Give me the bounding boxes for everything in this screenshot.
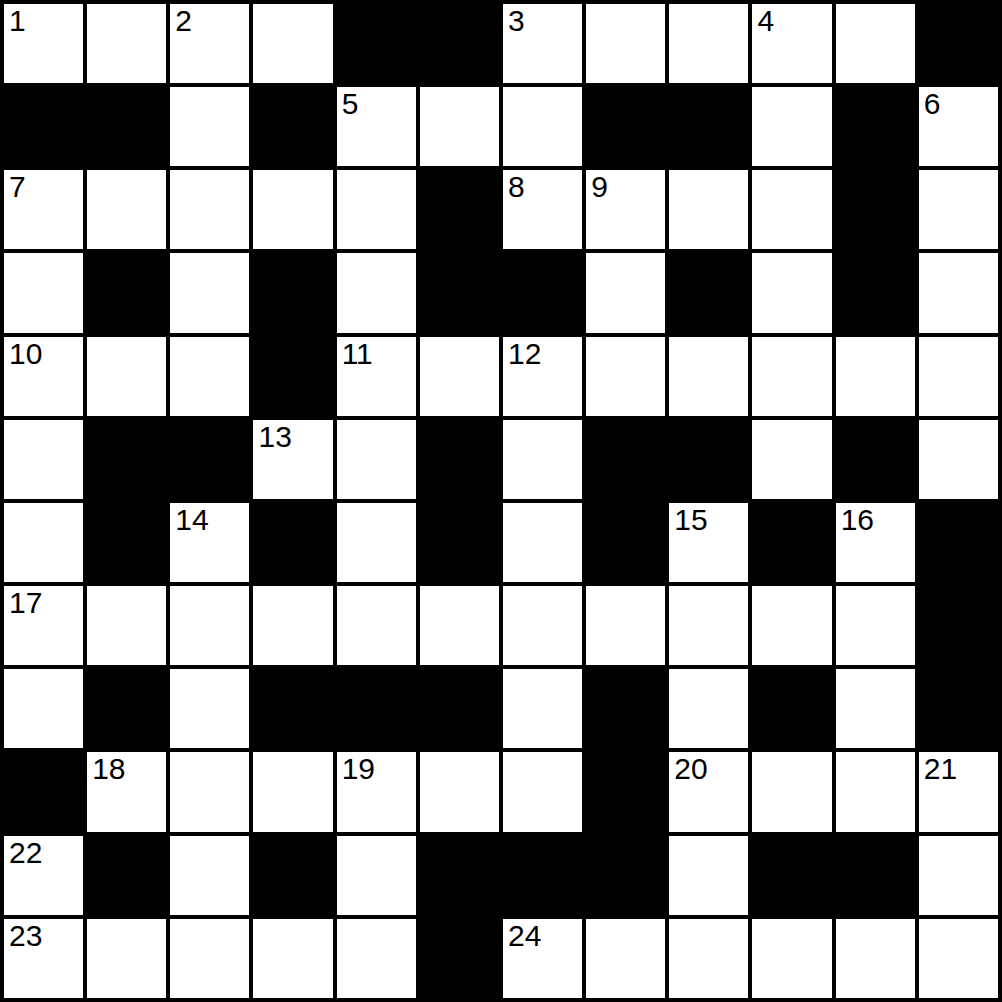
white-cell-r9c4[interactable]: 19	[337, 752, 416, 831]
white-cell-r4c0[interactable]: 10	[4, 337, 83, 416]
clue-number-17: 17	[9, 587, 42, 619]
white-cell-r0c8[interactable]	[669, 4, 748, 83]
clue-number-9: 9	[591, 171, 608, 203]
clue-number-18: 18	[92, 753, 125, 785]
white-cell-r5c3[interactable]: 13	[253, 420, 332, 499]
clue-number-5: 5	[342, 88, 359, 120]
black-cell-r6c11	[919, 503, 998, 582]
white-cell-r3c11[interactable]	[919, 253, 998, 332]
white-cell-r8c2[interactable]	[170, 669, 249, 748]
white-cell-r10c4[interactable]	[337, 836, 416, 915]
white-cell-r11c7[interactable]	[586, 919, 665, 998]
white-cell-r1c11[interactable]: 6	[919, 87, 998, 166]
white-cell-r11c11[interactable]	[919, 919, 998, 998]
clue-number-20: 20	[674, 753, 707, 785]
clue-number-13: 13	[258, 421, 291, 453]
black-cell-r8c1	[87, 669, 166, 748]
black-cell-r10c1	[87, 836, 166, 915]
white-cell-r0c7[interactable]	[586, 4, 665, 83]
white-cell-r3c4[interactable]	[337, 253, 416, 332]
white-cell-r5c6[interactable]	[503, 420, 582, 499]
white-cell-r11c1[interactable]	[87, 919, 166, 998]
black-cell-r10c6	[503, 836, 582, 915]
white-cell-r6c2[interactable]: 14	[170, 503, 249, 582]
black-cell-r6c5	[420, 503, 499, 582]
black-cell-r3c8	[669, 253, 748, 332]
black-cell-r8c5	[420, 669, 499, 748]
white-cell-r4c1[interactable]	[87, 337, 166, 416]
white-cell-r9c9[interactable]	[752, 752, 831, 831]
white-cell-r2c11[interactable]	[919, 170, 998, 249]
black-cell-r4c3	[253, 337, 332, 416]
black-cell-r1c0	[4, 87, 83, 166]
clue-number-19: 19	[342, 753, 375, 785]
white-cell-r2c1[interactable]	[87, 170, 166, 249]
white-cell-r9c6[interactable]	[503, 752, 582, 831]
black-cell-r3c5	[420, 253, 499, 332]
black-cell-r7c11	[919, 586, 998, 665]
black-cell-r11c5	[420, 919, 499, 998]
white-cell-r1c2[interactable]	[170, 87, 249, 166]
white-cell-r11c8[interactable]	[669, 919, 748, 998]
black-cell-r3c10	[836, 253, 915, 332]
clue-number-23: 23	[9, 920, 42, 952]
black-cell-r6c7	[586, 503, 665, 582]
white-cell-r2c2[interactable]	[170, 170, 249, 249]
white-cell-r7c7[interactable]	[586, 586, 665, 665]
white-cell-r2c0[interactable]: 7	[4, 170, 83, 249]
white-cell-r8c6[interactable]	[503, 669, 582, 748]
black-cell-r8c9	[752, 669, 831, 748]
black-cell-r2c10	[836, 170, 915, 249]
clue-number-10: 10	[9, 338, 42, 370]
clue-number-24: 24	[508, 920, 541, 952]
white-cell-r3c2[interactable]	[170, 253, 249, 332]
clue-number-16: 16	[841, 504, 874, 536]
white-cell-r11c6[interactable]: 24	[503, 919, 582, 998]
clue-number-2: 2	[175, 5, 192, 37]
clue-number-12: 12	[508, 338, 541, 370]
white-cell-r0c0[interactable]: 1	[4, 4, 83, 83]
white-cell-r4c11[interactable]	[919, 337, 998, 416]
white-cell-r10c11[interactable]	[919, 836, 998, 915]
white-cell-r11c4[interactable]	[337, 919, 416, 998]
white-cell-r7c6[interactable]	[503, 586, 582, 665]
white-cell-r4c5[interactable]	[420, 337, 499, 416]
black-cell-r5c10	[836, 420, 915, 499]
white-cell-r1c4[interactable]: 5	[337, 87, 416, 166]
white-cell-r6c6[interactable]	[503, 503, 582, 582]
black-cell-r6c9	[752, 503, 831, 582]
black-cell-r1c3	[253, 87, 332, 166]
white-cell-r7c0[interactable]: 17	[4, 586, 83, 665]
crossword-grid: 123456789101112131415161718192021222324	[0, 0, 1002, 1002]
white-cell-r1c6[interactable]	[503, 87, 582, 166]
black-cell-r6c1	[87, 503, 166, 582]
white-cell-r11c9[interactable]	[752, 919, 831, 998]
white-cell-r8c8[interactable]	[669, 669, 748, 748]
black-cell-r0c4	[337, 4, 416, 83]
black-cell-r5c2	[170, 420, 249, 499]
white-cell-r2c7[interactable]: 9	[586, 170, 665, 249]
black-cell-r10c5	[420, 836, 499, 915]
white-cell-r4c9[interactable]	[752, 337, 831, 416]
black-cell-r0c11	[919, 4, 998, 83]
black-cell-r10c7	[586, 836, 665, 915]
black-cell-r5c8	[669, 420, 748, 499]
white-cell-r1c5[interactable]	[420, 87, 499, 166]
white-cell-r3c9[interactable]	[752, 253, 831, 332]
black-cell-r5c5	[420, 420, 499, 499]
white-cell-r9c3[interactable]	[253, 752, 332, 831]
black-cell-r3c1	[87, 253, 166, 332]
black-cell-r3c6	[503, 253, 582, 332]
white-cell-r9c10[interactable]	[836, 752, 915, 831]
white-cell-r9c2[interactable]	[170, 752, 249, 831]
clue-number-11: 11	[342, 338, 373, 370]
white-cell-r4c2[interactable]	[170, 337, 249, 416]
white-cell-r11c0[interactable]: 23	[4, 919, 83, 998]
white-cell-r2c9[interactable]	[752, 170, 831, 249]
white-cell-r0c1[interactable]	[87, 4, 166, 83]
clue-number-8: 8	[508, 171, 525, 203]
white-cell-r2c8[interactable]	[669, 170, 748, 249]
black-cell-r2c5	[420, 170, 499, 249]
white-cell-r9c11[interactable]: 21	[919, 752, 998, 831]
white-cell-r0c6[interactable]: 3	[503, 4, 582, 83]
white-cell-r3c0[interactable]	[4, 253, 83, 332]
white-cell-r7c4[interactable]	[337, 586, 416, 665]
white-cell-r8c0[interactable]	[4, 669, 83, 748]
white-cell-r4c4[interactable]: 11	[337, 337, 416, 416]
white-cell-r0c9[interactable]: 4	[752, 4, 831, 83]
black-cell-r9c7	[586, 752, 665, 831]
black-cell-r8c4	[337, 669, 416, 748]
white-cell-r2c4[interactable]	[337, 170, 416, 249]
white-cell-r10c8[interactable]	[669, 836, 748, 915]
clue-number-1: 1	[9, 5, 26, 37]
black-cell-r8c3	[253, 669, 332, 748]
white-cell-r8c10[interactable]	[836, 669, 915, 748]
white-cell-r9c5[interactable]	[420, 752, 499, 831]
white-cell-r7c3[interactable]	[253, 586, 332, 665]
white-cell-r6c0[interactable]	[4, 503, 83, 582]
white-cell-r9c8[interactable]: 20	[669, 752, 748, 831]
white-cell-r0c3[interactable]	[253, 4, 332, 83]
clue-number-4: 4	[757, 5, 774, 37]
white-cell-r4c6[interactable]: 12	[503, 337, 582, 416]
white-cell-r5c9[interactable]	[752, 420, 831, 499]
black-cell-r6c3	[253, 503, 332, 582]
white-cell-r2c3[interactable]	[253, 170, 332, 249]
white-cell-r6c10[interactable]: 16	[836, 503, 915, 582]
white-cell-r10c2[interactable]	[170, 836, 249, 915]
white-cell-r10c0[interactable]: 22	[4, 836, 83, 915]
black-cell-r1c7	[586, 87, 665, 166]
white-cell-r3c7[interactable]	[586, 253, 665, 332]
white-cell-r1c9[interactable]	[752, 87, 831, 166]
white-cell-r5c4[interactable]	[337, 420, 416, 499]
white-cell-r6c4[interactable]	[337, 503, 416, 582]
clue-number-3: 3	[508, 5, 525, 37]
white-cell-r0c2[interactable]: 2	[170, 4, 249, 83]
white-cell-r0c10[interactable]	[836, 4, 915, 83]
white-cell-r6c8[interactable]: 15	[669, 503, 748, 582]
black-cell-r1c10	[836, 87, 915, 166]
clue-number-6: 6	[924, 88, 941, 120]
white-cell-r4c8[interactable]	[669, 337, 748, 416]
black-cell-r10c9	[752, 836, 831, 915]
black-cell-r8c7	[586, 669, 665, 748]
clue-number-7: 7	[9, 171, 26, 203]
white-cell-r2c6[interactable]: 8	[503, 170, 582, 249]
white-cell-r7c10[interactable]	[836, 586, 915, 665]
white-cell-r11c10[interactable]	[836, 919, 915, 998]
black-cell-r10c3	[253, 836, 332, 915]
white-cell-r11c3[interactable]	[253, 919, 332, 998]
white-cell-r7c5[interactable]	[420, 586, 499, 665]
black-cell-r0c5	[420, 4, 499, 83]
black-cell-r10c10	[836, 836, 915, 915]
white-cell-r9c1[interactable]: 18	[87, 752, 166, 831]
black-cell-r1c1	[87, 87, 166, 166]
black-cell-r1c8	[669, 87, 748, 166]
white-cell-r4c10[interactable]	[836, 337, 915, 416]
clue-number-21: 21	[924, 753, 957, 785]
clue-number-15: 15	[674, 504, 707, 536]
white-cell-r7c9[interactable]	[752, 586, 831, 665]
black-cell-r5c1	[87, 420, 166, 499]
white-cell-r11c2[interactable]	[170, 919, 249, 998]
black-cell-r9c0	[4, 752, 83, 831]
clue-number-22: 22	[9, 837, 42, 869]
clue-number-14: 14	[175, 504, 208, 536]
black-cell-r3c3	[253, 253, 332, 332]
black-cell-r8c11	[919, 669, 998, 748]
white-cell-r7c2[interactable]	[170, 586, 249, 665]
black-cell-r5c7	[586, 420, 665, 499]
white-cell-r4c7[interactable]	[586, 337, 665, 416]
white-cell-r7c8[interactable]	[669, 586, 748, 665]
white-cell-r5c11[interactable]	[919, 420, 998, 499]
white-cell-r7c1[interactable]	[87, 586, 166, 665]
white-cell-r5c0[interactable]	[4, 420, 83, 499]
